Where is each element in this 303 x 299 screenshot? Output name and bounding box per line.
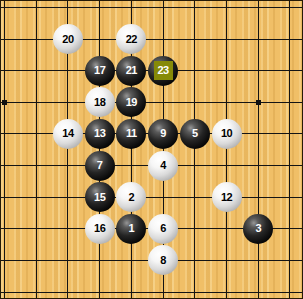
stone-black-11: 11	[116, 119, 146, 149]
move-number: 9	[160, 128, 166, 139]
stone-black-3: 3	[243, 214, 273, 244]
move-number: 7	[97, 160, 103, 171]
move-number: 11	[126, 128, 137, 139]
move-number: 19	[126, 97, 137, 108]
stone-black-5: 5	[180, 119, 210, 149]
move-number: 10	[221, 128, 232, 139]
stone-black-21: 21	[116, 56, 146, 86]
stone-black-13: 13	[85, 119, 115, 149]
go-board[interactable]: 1234567891011121314151617181920212223	[0, 0, 303, 299]
stone-black-7: 7	[85, 151, 115, 181]
move-number: 17	[94, 65, 105, 76]
stone-black-17: 17	[85, 56, 115, 86]
move-number: 12	[221, 192, 232, 203]
move-number: 5	[192, 128, 198, 139]
stone-black-9: 9	[148, 119, 178, 149]
move-number: 22	[126, 34, 137, 45]
move-number: 20	[62, 34, 73, 45]
stone-black-1: 1	[116, 214, 146, 244]
stone-black-23: 23	[148, 56, 178, 86]
last-move-number-highlight: 23	[154, 61, 173, 80]
stone-white-6: 6	[148, 214, 178, 244]
stone-white-18: 18	[85, 87, 115, 117]
stones-layer: 1234567891011121314151617181920212223	[0, 0, 303, 299]
stone-white-4: 4	[148, 151, 178, 181]
stone-white-2: 2	[116, 182, 146, 212]
stone-white-8: 8	[148, 245, 178, 275]
move-number: 21	[126, 65, 137, 76]
move-number: 1	[129, 223, 135, 234]
move-number: 18	[94, 97, 105, 108]
stone-white-16: 16	[85, 214, 115, 244]
stone-white-10: 10	[212, 119, 242, 149]
move-number: 3	[255, 223, 261, 234]
move-number: 8	[160, 255, 166, 266]
stone-white-22: 22	[116, 24, 146, 54]
move-number: 13	[94, 128, 105, 139]
stone-black-15: 15	[85, 182, 115, 212]
stone-black-19: 19	[116, 87, 146, 117]
move-number: 6	[160, 223, 166, 234]
stone-white-12: 12	[212, 182, 242, 212]
stone-white-20: 20	[53, 24, 83, 54]
move-number: 4	[160, 160, 166, 171]
stone-white-14: 14	[53, 119, 83, 149]
move-number: 16	[94, 223, 105, 234]
move-number: 15	[94, 192, 105, 203]
move-number: 14	[62, 128, 73, 139]
move-number: 2	[129, 192, 135, 203]
